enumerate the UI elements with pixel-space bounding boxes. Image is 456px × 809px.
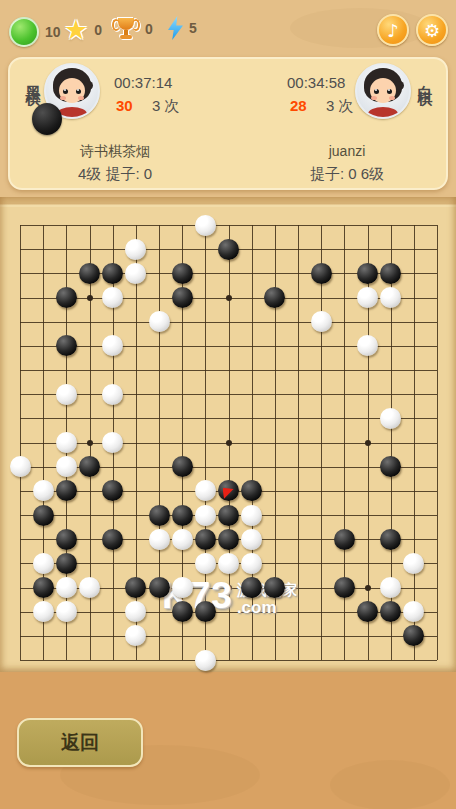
black-stone (311, 263, 332, 284)
grid-line (298, 225, 299, 660)
black-stone (56, 529, 77, 550)
white-stone (380, 408, 401, 429)
black-stone (149, 577, 170, 598)
black-stone (195, 529, 216, 550)
black-stone (125, 577, 146, 598)
music-note-icon: ♪ (387, 20, 399, 41)
top-bar: 10 ★ 0 0 5 ♪ ⚙ (0, 0, 456, 56)
star-icon: ★ (64, 17, 88, 43)
black-stone (357, 601, 378, 622)
white-stone (195, 650, 216, 671)
black-stone (56, 480, 77, 501)
white-stone (241, 505, 262, 526)
star-point (365, 585, 371, 591)
white-stone (149, 311, 170, 332)
white-stone (102, 384, 123, 405)
white-player-avatar (355, 63, 411, 119)
white-stone (125, 601, 146, 622)
white-stone (102, 432, 123, 453)
black-stone (102, 480, 123, 501)
star-point (226, 440, 232, 446)
go-board[interactable]: K73 游戏之家 .com (0, 197, 456, 672)
white-stone (56, 432, 77, 453)
black-side-label: 黑棋 (24, 73, 42, 85)
white-stone (241, 553, 262, 574)
white-stone (195, 553, 216, 574)
go-game-screen: 10 ★ 0 0 5 ♪ ⚙ 黑棋 00:37:14 30 3 次 (0, 0, 456, 809)
black-stone (195, 601, 216, 622)
white-stone (149, 529, 170, 550)
white-stone (357, 335, 378, 356)
black-stone (56, 553, 77, 574)
black-stone (218, 239, 239, 260)
white-stone (357, 287, 378, 308)
black-periods-label: 3 次 (152, 97, 180, 116)
back-button[interactable]: 返回 (17, 718, 143, 767)
star-point (365, 440, 371, 446)
black-stone (56, 335, 77, 356)
black-stone (33, 577, 54, 598)
black-stone (172, 456, 193, 477)
gear-icon: ⚙ (424, 20, 440, 41)
black-stone (380, 601, 401, 622)
black-stone (56, 287, 77, 308)
black-periods: 30 (116, 97, 133, 114)
black-stone (172, 505, 193, 526)
black-stone (79, 263, 100, 284)
white-stone (33, 601, 54, 622)
grid-line (20, 660, 437, 661)
watermark-domain: .com (237, 600, 297, 616)
white-stone (79, 577, 100, 598)
black-stone (334, 529, 355, 550)
white-stone (56, 577, 77, 598)
black-player-name: 诗书棋茶烟 (30, 143, 200, 161)
white-stone (33, 553, 54, 574)
black-stone (149, 505, 170, 526)
white-stone (56, 384, 77, 405)
black-stone (102, 529, 123, 550)
white-stone (172, 577, 193, 598)
white-stone (125, 263, 146, 284)
black-stone (172, 263, 193, 284)
black-stone (218, 505, 239, 526)
grid-line (437, 225, 438, 660)
white-stone (172, 529, 193, 550)
white-stone (195, 480, 216, 501)
settings-button[interactable]: ⚙ (416, 14, 448, 46)
grid-line (20, 636, 437, 637)
white-periods-label: 3 次 (326, 97, 354, 116)
white-stone (380, 577, 401, 598)
black-clock: 00:37:14 (114, 74, 172, 91)
lightning-icon (168, 16, 183, 40)
black-stone (172, 287, 193, 308)
black-player-info: 4级 提子: 0 (15, 165, 215, 184)
grid-line (414, 225, 415, 660)
black-stone (357, 263, 378, 284)
star-point (87, 440, 93, 446)
black-stone (241, 480, 262, 501)
black-stone (264, 287, 285, 308)
white-stone (380, 287, 401, 308)
white-periods: 28 (290, 97, 307, 114)
black-stone (380, 263, 401, 284)
black-stone (380, 456, 401, 477)
white-stone (218, 553, 239, 574)
white-stone (403, 553, 424, 574)
white-stone (102, 335, 123, 356)
black-stone (218, 529, 239, 550)
green-orb-icon (9, 17, 39, 47)
black-stone (380, 529, 401, 550)
star-point (226, 585, 232, 591)
trophy-icon (113, 16, 139, 42)
energy-count: 5 (189, 20, 197, 36)
white-clock: 00:34:58 (287, 74, 345, 91)
black-stone (334, 577, 355, 598)
black-stone (241, 577, 262, 598)
star-count: 0 (94, 22, 102, 38)
black-stone (33, 505, 54, 526)
grid-line (321, 225, 322, 660)
black-stone (264, 577, 285, 598)
back-button-label: 返回 (61, 730, 99, 756)
bg-texture (330, 760, 450, 809)
coin-count: 10 (45, 24, 61, 40)
white-stone (125, 239, 146, 260)
black-stone (403, 625, 424, 646)
white-stone (241, 529, 262, 550)
white-player-info: 提子: 0 6级 (247, 165, 447, 184)
white-side-label: 白棋 (416, 73, 434, 85)
white-stone (56, 601, 77, 622)
white-stone (403, 601, 424, 622)
white-stone (102, 287, 123, 308)
white-stone (56, 456, 77, 477)
white-stone (33, 480, 54, 501)
black-stone (172, 601, 193, 622)
white-stone (311, 311, 332, 332)
white-stone (195, 215, 216, 236)
trophy-count: 0 (145, 21, 153, 37)
white-stone (10, 456, 31, 477)
star-point (226, 295, 232, 301)
white-player-name: juanzi (262, 143, 432, 159)
players-panel: 黑棋 00:37:14 30 3 次 诗书棋茶烟 4级 提子: 0 00:34:… (8, 57, 448, 190)
white-stone (195, 505, 216, 526)
music-button[interactable]: ♪ (377, 14, 409, 46)
black-stone (79, 456, 100, 477)
black-stone (102, 263, 123, 284)
black-stone-badge (32, 103, 62, 135)
white-stone (125, 625, 146, 646)
star-point (87, 295, 93, 301)
